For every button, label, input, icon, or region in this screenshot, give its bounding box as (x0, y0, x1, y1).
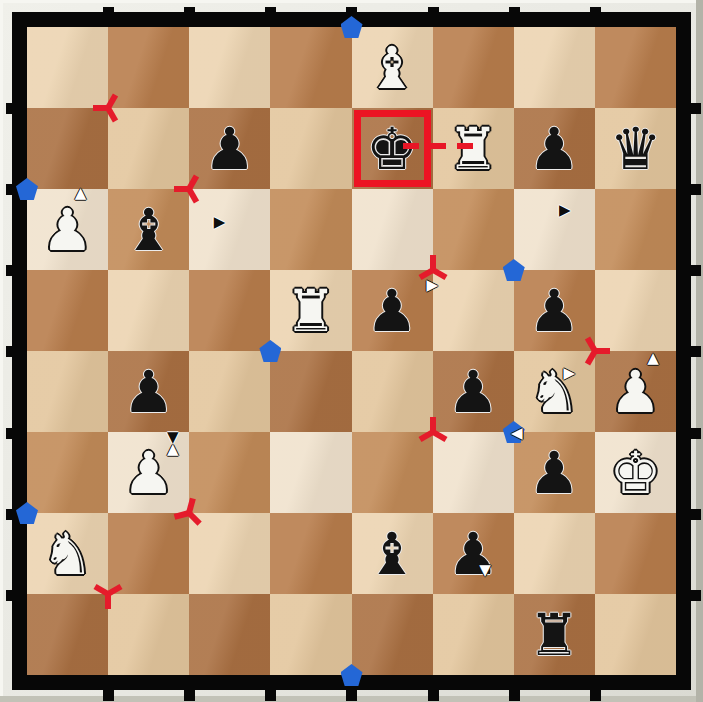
square-e8[interactable]: ♝ (352, 27, 433, 108)
frame-tick (6, 184, 20, 195)
square-b6[interactable]: ♝ (108, 189, 189, 270)
black-pawn[interactable]: ♟ (447, 525, 499, 583)
square-b8[interactable] (108, 27, 189, 108)
square-g1[interactable]: ♜ (514, 594, 595, 675)
frame-tick (6, 428, 20, 439)
square-c8[interactable] (189, 27, 270, 108)
square-d4[interactable] (270, 351, 351, 432)
square-g4[interactable]: ♞ (514, 351, 595, 432)
square-h1[interactable] (595, 594, 676, 675)
square-d2[interactable] (270, 513, 351, 594)
square-g6[interactable] (514, 189, 595, 270)
white-pawn[interactable]: ♟ (123, 444, 175, 502)
frame-tick (687, 428, 701, 439)
frame-tick (103, 7, 114, 20)
frame-tick (590, 688, 601, 701)
black-queen[interactable]: ♛ (609, 120, 661, 178)
white-pawn[interactable]: ♟ (42, 201, 94, 259)
square-e7[interactable]: ♚ (352, 108, 433, 189)
frame-tick (265, 7, 276, 20)
square-g8[interactable] (514, 27, 595, 108)
frame-tick (590, 7, 601, 20)
black-rook[interactable]: ♜ (528, 606, 580, 664)
frame-tick (687, 509, 701, 520)
square-h7[interactable]: ♛ (595, 108, 676, 189)
square-c5[interactable] (189, 270, 270, 351)
square-f7[interactable]: ♜ (433, 108, 514, 189)
square-c3[interactable] (189, 432, 270, 513)
black-pawn[interactable]: ♟ (366, 282, 418, 340)
square-b5[interactable] (108, 270, 189, 351)
frame-tick (184, 688, 195, 701)
square-f5[interactable] (433, 270, 514, 351)
square-d5[interactable]: ♜ (270, 270, 351, 351)
frame-tick (687, 103, 701, 114)
square-b2[interactable] (108, 513, 189, 594)
square-a3[interactable] (27, 432, 108, 513)
square-h4[interactable]: ♟ (595, 351, 676, 432)
frame-tick (687, 184, 701, 195)
white-rook[interactable]: ♜ (447, 120, 499, 178)
square-d8[interactable] (270, 27, 351, 108)
white-king[interactable]: ♚ (609, 444, 661, 502)
black-pawn[interactable]: ♟ (123, 363, 175, 421)
square-d1[interactable] (270, 594, 351, 675)
square-d3[interactable] (270, 432, 351, 513)
square-c6[interactable] (189, 189, 270, 270)
square-e3[interactable] (352, 432, 433, 513)
square-b3[interactable]: ♟ (108, 432, 189, 513)
square-a7[interactable] (27, 108, 108, 189)
square-a6[interactable]: ♟ (27, 189, 108, 270)
square-g7[interactable]: ♟ (514, 108, 595, 189)
square-f4[interactable]: ♟ (433, 351, 514, 432)
square-e2[interactable]: ♝ (352, 513, 433, 594)
black-pawn[interactable]: ♟ (528, 444, 580, 502)
frame-tick (428, 7, 439, 20)
square-g2[interactable] (514, 513, 595, 594)
frame-tick (687, 590, 701, 601)
white-knight[interactable]: ♞ (42, 525, 94, 583)
black-pawn[interactable]: ♟ (528, 282, 580, 340)
black-pawn[interactable]: ♟ (528, 120, 580, 178)
square-f3[interactable] (433, 432, 514, 513)
square-c7[interactable]: ♟ (189, 108, 270, 189)
square-a4[interactable] (27, 351, 108, 432)
white-pawn[interactable]: ♟ (609, 363, 661, 421)
frame-tick (509, 688, 520, 701)
square-d7[interactable] (270, 108, 351, 189)
square-b4[interactable]: ♟ (108, 351, 189, 432)
square-f8[interactable] (433, 27, 514, 108)
square-b7[interactable] (108, 108, 189, 189)
square-b1[interactable] (108, 594, 189, 675)
frame-tick (6, 590, 20, 601)
black-bishop[interactable]: ♝ (366, 525, 418, 583)
frame-tick (184, 7, 195, 20)
white-bishop[interactable]: ♝ (366, 39, 418, 97)
frame-tick (428, 688, 439, 701)
square-f1[interactable] (433, 594, 514, 675)
frame-tick (6, 103, 20, 114)
frame-tick (687, 346, 701, 357)
white-knight[interactable]: ♞ (528, 363, 580, 421)
square-e5[interactable]: ♟ (352, 270, 433, 351)
black-bishop[interactable]: ♝ (123, 201, 175, 259)
square-h8[interactable] (595, 27, 676, 108)
frame-tick (346, 7, 357, 20)
black-pawn[interactable]: ♟ (447, 363, 499, 421)
square-e6[interactable] (352, 189, 433, 270)
square-h2[interactable] (595, 513, 676, 594)
square-d6[interactable] (270, 189, 351, 270)
square-c4[interactable] (189, 351, 270, 432)
square-h5[interactable] (595, 270, 676, 351)
frame-tick (103, 688, 114, 701)
square-g3[interactable]: ♟ (514, 432, 595, 513)
square-c2[interactable] (189, 513, 270, 594)
square-h3[interactable]: ♚ (595, 432, 676, 513)
warped-chess-board-window: ♝♟♚♜♟♛♟♝♜♟♟♟♟♞♟♟♟♚♞♝♟♜▲▶▶▶▼▲▶◀▲▼ (0, 0, 703, 702)
chess-board: ♝♟♚♜♟♛♟♝♜♟♟♟♟♞♟♟♟♚♞♝♟♜▲▶▶▶▼▲▶◀▲▼ (27, 27, 676, 675)
square-a2[interactable]: ♞ (27, 513, 108, 594)
frame-tick (6, 346, 20, 357)
square-f2[interactable]: ♟ (433, 513, 514, 594)
frame-tick (346, 688, 357, 701)
square-e4[interactable] (352, 351, 433, 432)
black-pawn[interactable]: ♟ (204, 120, 256, 178)
square-g5[interactable]: ♟ (514, 270, 595, 351)
square-a1[interactable] (27, 594, 108, 675)
square-f6[interactable] (433, 189, 514, 270)
square-a8[interactable] (27, 27, 108, 108)
frame-tick (687, 265, 701, 276)
square-c1[interactable] (189, 594, 270, 675)
frame-tick (265, 688, 276, 701)
black-king[interactable]: ♚ (366, 120, 418, 178)
frame-tick (6, 509, 20, 520)
frame-tick (6, 265, 20, 276)
square-e1[interactable] (352, 594, 433, 675)
white-rook[interactable]: ♜ (285, 282, 337, 340)
frame-tick (509, 7, 520, 20)
square-a5[interactable] (27, 270, 108, 351)
square-h6[interactable] (595, 189, 676, 270)
